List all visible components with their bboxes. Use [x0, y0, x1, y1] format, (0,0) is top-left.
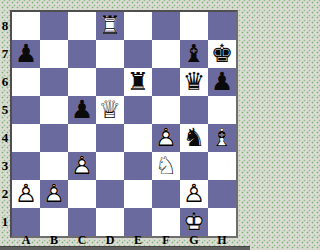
black-pawn: ♟ [208, 68, 236, 96]
square-c8[interactable] [68, 12, 96, 40]
white-pawn-outline: ♙ [68, 153, 96, 178]
square-h5[interactable] [208, 96, 236, 124]
square-b7[interactable] [40, 40, 68, 68]
square-f7[interactable] [152, 40, 180, 68]
file-label-f: F [152, 235, 180, 246]
window-edge-bar [0, 246, 250, 250]
rank-labels: 87654321 [0, 12, 10, 236]
black-king-fill: ♚ [208, 41, 236, 66]
square-f4[interactable]: ♟♙ [152, 124, 180, 152]
square-h3[interactable] [208, 152, 236, 180]
square-h1[interactable] [208, 208, 236, 236]
rank-label-7: 7 [0, 40, 10, 68]
square-e3[interactable] [124, 152, 152, 180]
square-b4[interactable] [40, 124, 68, 152]
white-rook: ♜♖ [96, 12, 124, 40]
square-b8[interactable] [40, 12, 68, 40]
square-h6[interactable]: ♟ [208, 68, 236, 96]
file-label-g: G [180, 235, 208, 246]
square-g5[interactable] [180, 96, 208, 124]
rank-label-4: 4 [0, 124, 10, 152]
square-d5[interactable]: ♛♕ [96, 96, 124, 124]
square-e5[interactable] [124, 96, 152, 124]
square-g7[interactable]: ♝ [180, 40, 208, 68]
square-a3[interactable] [12, 152, 40, 180]
square-f3[interactable]: ♞♘ [152, 152, 180, 180]
square-g1[interactable]: ♚♔ [180, 208, 208, 236]
square-c6[interactable] [68, 68, 96, 96]
square-e6[interactable]: ♜ [124, 68, 152, 96]
square-c7[interactable] [68, 40, 96, 68]
black-pawn-fill: ♟ [12, 41, 40, 66]
square-g2[interactable]: ♟♙ [180, 180, 208, 208]
white-king: ♚♔ [180, 208, 208, 236]
square-d1[interactable] [96, 208, 124, 236]
white-pawn-outline: ♙ [152, 125, 180, 150]
rank-label-8: 8 [0, 12, 10, 40]
square-d3[interactable] [96, 152, 124, 180]
rank-label-6: 6 [0, 68, 10, 96]
chess-board: ♜♖♟♝♚♜♛♟♟♛♕♟♙♞♝♗♟♙♞♘♟♙♟♙♟♙♚♔ [12, 12, 236, 236]
square-g3[interactable] [180, 152, 208, 180]
file-labels: ABCDEFGH [12, 235, 236, 246]
square-g8[interactable] [180, 12, 208, 40]
square-e7[interactable] [124, 40, 152, 68]
square-d4[interactable] [96, 124, 124, 152]
square-b5[interactable] [40, 96, 68, 124]
white-bishop-outline: ♗ [208, 125, 236, 150]
square-h4[interactable]: ♝♗ [208, 124, 236, 152]
square-e2[interactable] [124, 180, 152, 208]
square-h2[interactable] [208, 180, 236, 208]
white-pawn-outline: ♙ [180, 181, 208, 206]
square-h8[interactable] [208, 12, 236, 40]
white-bishop: ♝♗ [208, 124, 236, 152]
square-d7[interactable] [96, 40, 124, 68]
square-a6[interactable] [12, 68, 40, 96]
square-e1[interactable] [124, 208, 152, 236]
square-a7[interactable]: ♟ [12, 40, 40, 68]
file-label-h: H [208, 235, 236, 246]
desktop-background: { "game": "chess", "view": "white-side",… [0, 0, 250, 250]
square-b1[interactable] [40, 208, 68, 236]
square-g6[interactable]: ♛ [180, 68, 208, 96]
square-a4[interactable] [12, 124, 40, 152]
square-c1[interactable] [68, 208, 96, 236]
black-pawn-fill: ♟ [208, 69, 236, 94]
white-rook-outline: ♖ [96, 13, 124, 38]
square-f8[interactable] [152, 12, 180, 40]
square-f6[interactable] [152, 68, 180, 96]
square-f5[interactable] [152, 96, 180, 124]
black-bishop: ♝ [180, 40, 208, 68]
square-c4[interactable] [68, 124, 96, 152]
black-pawn-fill: ♟ [68, 97, 96, 122]
file-label-a: A [12, 235, 40, 246]
white-knight: ♞♘ [152, 152, 180, 180]
black-queen: ♛ [180, 68, 208, 96]
white-pawn-outline: ♙ [12, 181, 40, 206]
file-label-e: E [124, 235, 152, 246]
board-frame: ♜♖♟♝♚♜♛♟♟♛♕♟♙♞♝♗♟♙♞♘♟♙♟♙♟♙♚♔ [10, 10, 238, 238]
black-queen-fill: ♛ [180, 69, 208, 94]
square-a5[interactable] [12, 96, 40, 124]
white-pawn: ♟♙ [40, 180, 68, 208]
square-b6[interactable] [40, 68, 68, 96]
rank-label-5: 5 [0, 96, 10, 124]
rank-label-3: 3 [0, 152, 10, 180]
square-d8[interactable]: ♜♖ [96, 12, 124, 40]
rank-label-1: 1 [0, 208, 10, 236]
square-f2[interactable] [152, 180, 180, 208]
black-knight-fill: ♞ [180, 125, 208, 150]
black-pawn: ♟ [12, 40, 40, 68]
white-pawn: ♟♙ [180, 180, 208, 208]
black-bishop-fill: ♝ [180, 41, 208, 66]
white-king-outline: ♔ [180, 209, 208, 234]
rank-label-2: 2 [0, 180, 10, 208]
square-f1[interactable] [152, 208, 180, 236]
white-pawn: ♟♙ [12, 180, 40, 208]
file-label-b: B [40, 235, 68, 246]
square-h7[interactable]: ♚ [208, 40, 236, 68]
file-label-d: D [96, 235, 124, 246]
square-b2[interactable]: ♟♙ [40, 180, 68, 208]
square-d2[interactable] [96, 180, 124, 208]
black-rook-fill: ♜ [124, 69, 152, 94]
square-a2[interactable]: ♟♙ [12, 180, 40, 208]
white-pawn: ♟♙ [152, 124, 180, 152]
white-queen-outline: ♕ [96, 97, 124, 122]
square-b3[interactable] [40, 152, 68, 180]
white-pawn: ♟♙ [68, 152, 96, 180]
square-c3[interactable]: ♟♙ [68, 152, 96, 180]
square-a1[interactable] [12, 208, 40, 236]
square-e4[interactable] [124, 124, 152, 152]
black-rook: ♜ [124, 68, 152, 96]
white-pawn-outline: ♙ [40, 181, 68, 206]
white-knight-outline: ♘ [152, 153, 180, 178]
square-a8[interactable] [12, 12, 40, 40]
black-knight: ♞ [180, 124, 208, 152]
square-c2[interactable] [68, 180, 96, 208]
white-queen: ♛♕ [96, 96, 124, 124]
square-e8[interactable] [124, 12, 152, 40]
file-label-c: C [68, 235, 96, 246]
square-g4[interactable]: ♞ [180, 124, 208, 152]
black-king: ♚ [208, 40, 236, 68]
black-pawn: ♟ [68, 96, 96, 124]
square-c5[interactable]: ♟ [68, 96, 96, 124]
square-d6[interactable] [96, 68, 124, 96]
